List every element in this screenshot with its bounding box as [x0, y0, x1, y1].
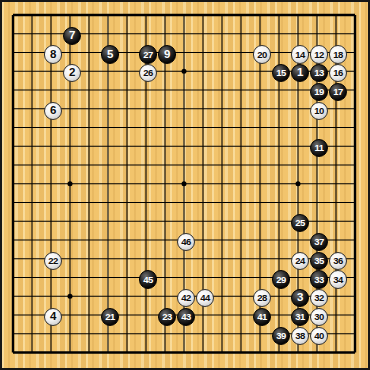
- go-stone-black-25: 25: [291, 214, 309, 232]
- go-stone-white-34: 34: [329, 270, 347, 288]
- move-number: 3: [297, 292, 303, 304]
- move-number: 19: [314, 87, 323, 97]
- go-stone-white-26: 26: [139, 64, 157, 82]
- move-number: 5: [107, 48, 113, 60]
- move-number: 42: [181, 293, 190, 303]
- go-stone-black-19: 19: [310, 83, 328, 101]
- move-number: 1: [297, 67, 303, 79]
- move-number: 9: [164, 48, 170, 60]
- move-number: 41: [257, 312, 266, 322]
- go-stone-black-9: 9: [158, 45, 176, 63]
- move-number: 36: [333, 255, 342, 265]
- move-number: 23: [162, 312, 171, 322]
- move-number: 11: [315, 143, 324, 153]
- go-stone-black-27: 27: [139, 45, 157, 63]
- move-number: 31: [295, 312, 304, 322]
- move-number: 16: [333, 68, 342, 78]
- go-stone-black-15: 15: [272, 64, 290, 82]
- go-stone-white-28: 28: [253, 289, 271, 307]
- go-stone-white-6: 6: [44, 102, 62, 120]
- go-stone-black-17: 17: [329, 83, 347, 101]
- move-number: 33: [314, 274, 323, 284]
- stones-layer: 1234567891011121314151617181920212223242…: [6, 8, 367, 364]
- move-number: 46: [181, 237, 190, 247]
- go-stone-white-16: 16: [329, 64, 347, 82]
- move-number: 26: [143, 68, 152, 78]
- go-stone-black-11: 11: [310, 139, 328, 157]
- move-number: 15: [276, 68, 285, 78]
- move-number: 34: [333, 274, 342, 284]
- move-number: 24: [295, 255, 304, 265]
- go-stone-white-14: 14: [291, 45, 309, 63]
- move-number: 12: [314, 49, 323, 59]
- go-stone-black-1: 1: [291, 64, 309, 82]
- go-stone-white-18: 18: [329, 45, 347, 63]
- go-stone-black-13: 13: [310, 64, 328, 82]
- go-stone-white-46: 46: [177, 233, 195, 251]
- move-number: 40: [314, 330, 323, 340]
- move-number: 17: [333, 87, 342, 97]
- move-number: 4: [50, 311, 56, 323]
- go-stone-black-31: 31: [291, 308, 309, 326]
- move-number: 28: [257, 293, 266, 303]
- go-stone-black-33: 33: [310, 270, 328, 288]
- go-stone-white-20: 20: [253, 45, 271, 63]
- move-number: 18: [333, 49, 342, 59]
- go-stone-black-23: 23: [158, 308, 176, 326]
- move-number: 2: [69, 67, 75, 79]
- move-number: 38: [295, 330, 304, 340]
- go-stone-white-22: 22: [44, 252, 62, 270]
- move-number: 22: [48, 255, 57, 265]
- go-stone-black-45: 45: [139, 270, 157, 288]
- go-stone-white-4: 4: [44, 308, 62, 326]
- go-stone-white-24: 24: [291, 252, 309, 270]
- move-number: 8: [50, 48, 56, 60]
- move-number: 20: [257, 49, 266, 59]
- go-stone-black-37: 37: [310, 233, 328, 251]
- go-stone-black-39: 39: [272, 327, 290, 345]
- move-number: 45: [143, 274, 152, 284]
- move-number: 21: [105, 312, 114, 322]
- go-stone-white-8: 8: [44, 45, 62, 63]
- move-number: 25: [295, 218, 304, 228]
- go-stone-black-21: 21: [101, 308, 119, 326]
- go-stone-black-41: 41: [253, 308, 271, 326]
- move-number: 13: [314, 68, 323, 78]
- go-stone-black-3: 3: [291, 289, 309, 307]
- move-number: 14: [295, 49, 304, 59]
- go-stone-black-35: 35: [310, 252, 328, 270]
- go-stone-white-40: 40: [310, 327, 328, 345]
- go-stone-white-38: 38: [291, 327, 309, 345]
- go-board[interactable]: 1234567891011121314151617181920212223242…: [0, 0, 370, 370]
- go-stone-white-44: 44: [196, 289, 214, 307]
- move-number: 37: [314, 237, 323, 247]
- go-stone-white-42: 42: [177, 289, 195, 307]
- go-stone-white-30: 30: [310, 308, 328, 326]
- go-stone-white-36: 36: [329, 252, 347, 270]
- move-number: 27: [143, 49, 152, 59]
- move-number: 43: [181, 312, 190, 322]
- move-number: 10: [314, 105, 323, 115]
- move-number: 44: [200, 293, 209, 303]
- go-stone-white-10: 10: [310, 102, 328, 120]
- go-stone-white-32: 32: [310, 289, 328, 307]
- go-stone-black-43: 43: [177, 308, 195, 326]
- move-number: 7: [69, 29, 75, 41]
- move-number: 6: [50, 104, 56, 116]
- move-number: 30: [314, 312, 323, 322]
- go-stone-white-12: 12: [310, 45, 328, 63]
- move-number: 39: [276, 330, 285, 340]
- go-stone-black-29: 29: [272, 270, 290, 288]
- move-number: 29: [276, 274, 285, 284]
- go-stone-black-7: 7: [63, 27, 81, 45]
- go-stone-black-5: 5: [101, 45, 119, 63]
- go-stone-white-2: 2: [63, 64, 81, 82]
- move-number: 32: [314, 293, 323, 303]
- move-number: 35: [314, 255, 323, 265]
